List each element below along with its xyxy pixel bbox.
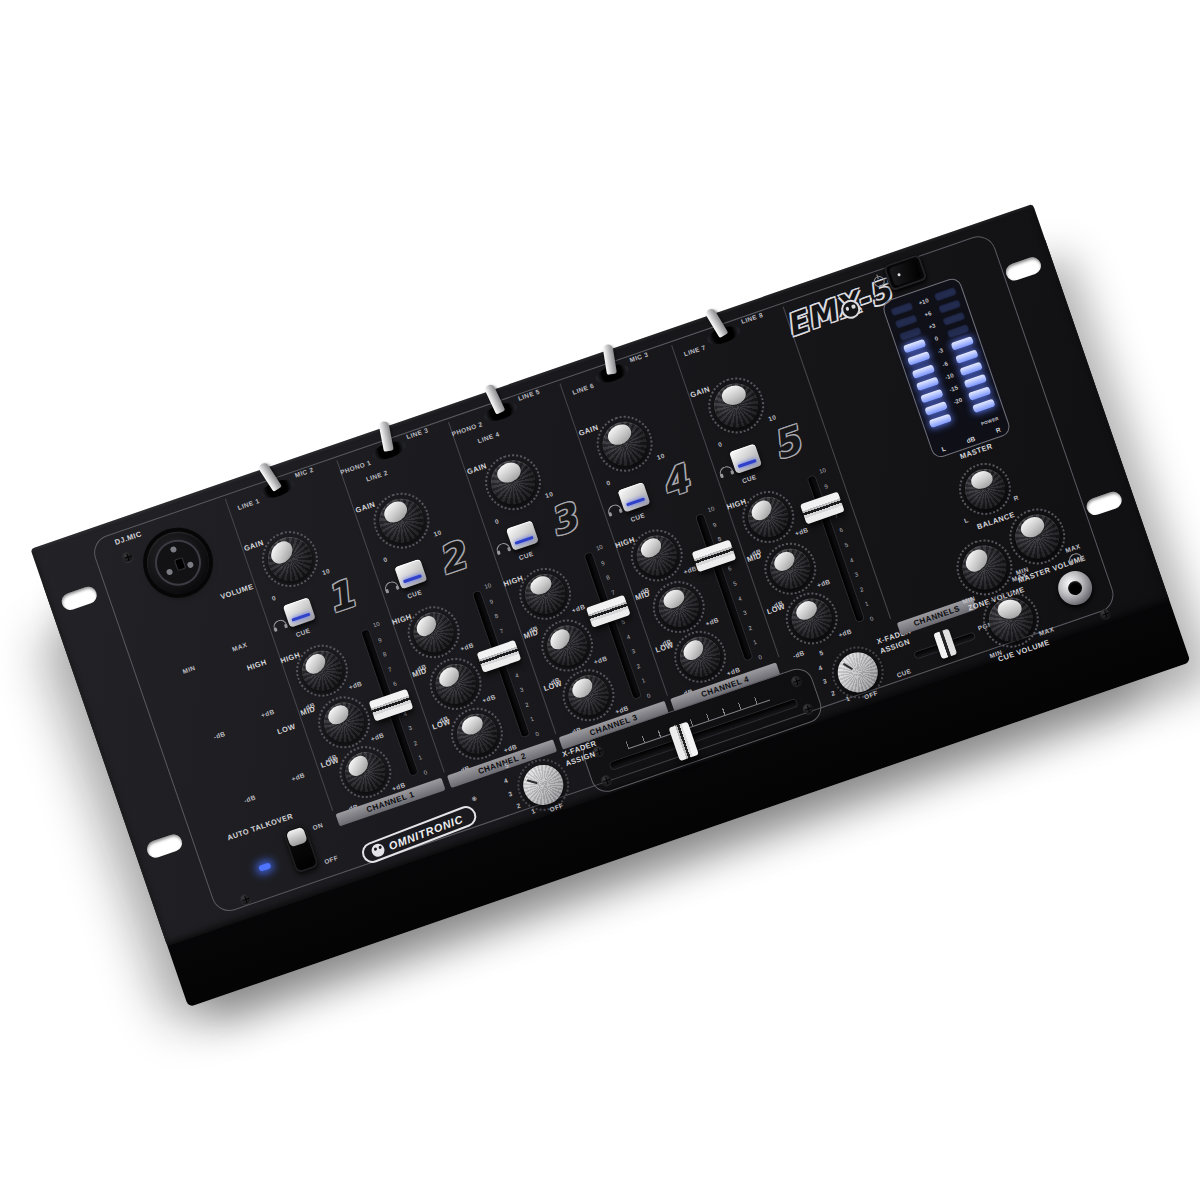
meter-r-label: R (995, 426, 1002, 434)
headphone-icon (272, 618, 288, 631)
input-select-toggle[interactable] (482, 399, 519, 424)
cue-button[interactable] (506, 520, 539, 551)
eq-knob[interactable] (408, 607, 459, 658)
meter-led-right (972, 399, 995, 414)
headphone-icon (495, 541, 511, 554)
label: +dB (593, 654, 608, 666)
crossfader-handle[interactable] (669, 722, 699, 762)
label: 0 (605, 479, 611, 487)
label: MID (746, 552, 763, 565)
label: MIC 3 (629, 351, 650, 364)
label: LOW (766, 603, 786, 617)
label: +dB (481, 693, 496, 705)
headphone-icon (383, 580, 399, 593)
eq-knob[interactable] (786, 593, 837, 644)
gain-knob[interactable] (597, 416, 653, 472)
label: CUE (295, 627, 312, 639)
cue-button[interactable] (618, 482, 651, 513)
gain-knob[interactable] (485, 454, 541, 510)
label: +dB (370, 731, 385, 743)
label: MID (300, 705, 317, 718)
cue-button[interactable] (283, 597, 316, 628)
label: LINE 5 (517, 388, 541, 402)
label: +dB (459, 641, 474, 653)
meter-led-left (929, 414, 952, 429)
headphone-icon (606, 503, 622, 516)
screw (801, 702, 814, 715)
label: 10 (767, 413, 777, 423)
label: MID (523, 628, 540, 641)
label: 10 (656, 452, 666, 462)
label: 10 (321, 567, 331, 577)
gain-knob[interactable] (262, 531, 318, 587)
label: MID (411, 667, 428, 680)
eq-knob[interactable] (542, 620, 593, 671)
screw (790, 675, 803, 688)
eq-knob[interactable] (452, 708, 503, 759)
label: LINE 3 (405, 426, 429, 440)
label: 0 (271, 594, 277, 602)
eq-knob[interactable] (743, 492, 794, 543)
label: +dB (348, 680, 363, 692)
cue-button[interactable] (394, 559, 427, 590)
power-led-label: POWER (980, 416, 999, 427)
label: 0 (717, 440, 723, 448)
label: CUE (518, 550, 535, 562)
master-volume-knob[interactable] (1009, 509, 1065, 565)
label: +dB (704, 616, 719, 628)
label: -dB (792, 649, 806, 660)
label: LINE 8 (740, 311, 764, 325)
input-select-toggle[interactable] (705, 323, 742, 348)
label: CUE (406, 588, 423, 600)
zone-volume-knob[interactable] (957, 539, 1013, 595)
eq-knob[interactable] (297, 645, 348, 696)
label: 0 (494, 517, 500, 525)
eq-knob[interactable] (653, 582, 704, 633)
label: MID (634, 590, 651, 603)
label: +dB (816, 578, 831, 590)
channel-number: 4 (655, 456, 694, 506)
label: 10 (433, 528, 443, 538)
eq-knob[interactable] (430, 659, 481, 710)
meter-db-label: dB (965, 435, 975, 444)
label: LINE 2 (365, 469, 389, 483)
input-select-toggle[interactable] (370, 438, 407, 463)
eq-knob[interactable] (520, 568, 571, 619)
headphone-icon (718, 464, 734, 477)
balance-knob[interactable] (960, 464, 1011, 515)
meter-l-label: L (941, 445, 947, 453)
owl-icon (370, 842, 387, 859)
eq-knob[interactable] (340, 747, 391, 798)
eq-knob[interactable] (563, 670, 614, 721)
channel-number: 3 (544, 495, 583, 545)
label: CUE (741, 473, 758, 485)
eq-knob[interactable] (631, 530, 682, 581)
cue-volume-knob[interactable] (983, 592, 1039, 648)
cue-button[interactable] (729, 443, 762, 474)
label: LOW (654, 641, 674, 655)
label: CUE (629, 511, 646, 523)
label: 0 (382, 556, 388, 564)
label: MIC 2 (294, 466, 315, 479)
screw (600, 774, 613, 787)
gain-knob[interactable] (708, 377, 764, 433)
label: +dB (837, 627, 852, 639)
input-select-toggle[interactable] (594, 361, 631, 386)
label: LINE 4 (477, 430, 501, 444)
label: +dB (794, 526, 809, 538)
eq-knob[interactable] (675, 631, 726, 682)
eq-knob[interactable] (319, 697, 370, 748)
gain-knob[interactable] (374, 493, 430, 549)
eq-knob[interactable] (765, 543, 816, 594)
label: LOW (320, 756, 340, 770)
channel-number: 2 (432, 533, 471, 583)
label: 10 (544, 490, 554, 500)
label: +dB (571, 603, 586, 615)
photo-stage: DJ.MIC VOLUME MIN MAX HIGH -dB +dB LOW -… (0, 0, 1200, 1200)
channel-number: 5 (767, 418, 806, 468)
input-select-toggle[interactable] (259, 476, 296, 501)
channel-number: 1 (320, 572, 359, 622)
